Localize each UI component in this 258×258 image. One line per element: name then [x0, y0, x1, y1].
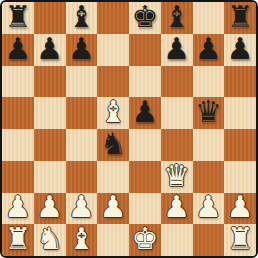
piece-black-pawn[interactable]: ♟ — [131, 97, 158, 127]
square-c4[interactable] — [66, 129, 98, 161]
square-h2[interactable]: ♟ — [224, 193, 256, 225]
square-b6[interactable] — [34, 66, 66, 98]
square-c6[interactable] — [66, 66, 98, 98]
square-e3[interactable] — [129, 161, 161, 193]
piece-white-pawn[interactable]: ♟ — [100, 192, 127, 222]
square-d7[interactable] — [97, 34, 129, 66]
square-d3[interactable] — [97, 161, 129, 193]
square-a2[interactable]: ♟ — [2, 193, 34, 225]
square-g3[interactable] — [193, 161, 225, 193]
piece-white-pawn[interactable]: ♟ — [163, 192, 190, 222]
square-g4[interactable] — [193, 129, 225, 161]
square-f5[interactable] — [161, 97, 193, 129]
piece-black-rook[interactable]: ♜ — [227, 2, 254, 32]
square-e2[interactable] — [129, 193, 161, 225]
square-h1[interactable]: ♜ — [224, 224, 256, 256]
square-b4[interactable] — [34, 129, 66, 161]
square-h5[interactable] — [224, 97, 256, 129]
square-a7[interactable]: ♟ — [2, 34, 34, 66]
square-e1[interactable]: ♚ — [129, 224, 161, 256]
piece-white-pawn[interactable]: ♟ — [4, 192, 31, 222]
piece-black-king[interactable]: ♚ — [131, 2, 158, 32]
square-e4[interactable] — [129, 129, 161, 161]
square-f2[interactable]: ♟ — [161, 193, 193, 225]
square-g7[interactable]: ♟ — [193, 34, 225, 66]
square-a4[interactable] — [2, 129, 34, 161]
piece-white-knight[interactable]: ♞ — [36, 224, 63, 254]
square-f3[interactable]: ♛ — [161, 161, 193, 193]
square-h3[interactable] — [224, 161, 256, 193]
piece-black-bishop[interactable]: ♝ — [68, 2, 95, 32]
square-b1[interactable]: ♞ — [34, 224, 66, 256]
square-d1[interactable] — [97, 224, 129, 256]
piece-black-pawn[interactable]: ♟ — [195, 34, 222, 64]
square-c3[interactable] — [66, 161, 98, 193]
square-b2[interactable]: ♟ — [34, 193, 66, 225]
square-d2[interactable]: ♟ — [97, 193, 129, 225]
piece-white-pawn[interactable]: ♟ — [195, 192, 222, 222]
piece-black-rook[interactable]: ♜ — [4, 2, 31, 32]
square-h6[interactable] — [224, 66, 256, 98]
piece-white-rook[interactable]: ♜ — [227, 224, 254, 254]
square-g6[interactable] — [193, 66, 225, 98]
square-c5[interactable] — [66, 97, 98, 129]
square-b8[interactable] — [34, 2, 66, 34]
square-a1[interactable]: ♜ — [2, 224, 34, 256]
piece-white-pawn[interactable]: ♟ — [227, 192, 254, 222]
square-e6[interactable] — [129, 66, 161, 98]
square-f7[interactable]: ♟ — [161, 34, 193, 66]
square-a6[interactable] — [2, 66, 34, 98]
chess-board: ♜♝♚♝♜♟♟♟♟♟♟♝♟♛♞♛♟♟♟♟♟♟♟♜♞♝♚♜ — [0, 0, 258, 258]
square-g5[interactable]: ♛ — [193, 97, 225, 129]
piece-white-bishop[interactable]: ♝ — [68, 224, 95, 254]
square-b5[interactable] — [34, 97, 66, 129]
piece-white-king[interactable]: ♚ — [131, 224, 158, 254]
square-h7[interactable]: ♟ — [224, 34, 256, 66]
piece-white-pawn[interactable]: ♟ — [68, 192, 95, 222]
piece-black-queen[interactable]: ♛ — [195, 97, 222, 127]
square-g1[interactable] — [193, 224, 225, 256]
square-c2[interactable]: ♟ — [66, 193, 98, 225]
square-g2[interactable]: ♟ — [193, 193, 225, 225]
square-b7[interactable]: ♟ — [34, 34, 66, 66]
piece-white-bishop[interactable]: ♝ — [100, 97, 127, 127]
square-f1[interactable] — [161, 224, 193, 256]
square-a3[interactable] — [2, 161, 34, 193]
square-e7[interactable] — [129, 34, 161, 66]
piece-white-pawn[interactable]: ♟ — [36, 192, 63, 222]
square-d5[interactable]: ♝ — [97, 97, 129, 129]
square-c1[interactable]: ♝ — [66, 224, 98, 256]
square-d4[interactable]: ♞ — [97, 129, 129, 161]
piece-black-bishop[interactable]: ♝ — [163, 2, 190, 32]
piece-black-knight[interactable]: ♞ — [100, 129, 127, 159]
square-d8[interactable] — [97, 2, 129, 34]
square-a8[interactable]: ♜ — [2, 2, 34, 34]
square-e5[interactable]: ♟ — [129, 97, 161, 129]
square-f8[interactable]: ♝ — [161, 2, 193, 34]
piece-black-pawn[interactable]: ♟ — [227, 34, 254, 64]
square-f4[interactable] — [161, 129, 193, 161]
square-e8[interactable]: ♚ — [129, 2, 161, 34]
square-c7[interactable]: ♟ — [66, 34, 98, 66]
square-h8[interactable]: ♜ — [224, 2, 256, 34]
square-a5[interactable] — [2, 97, 34, 129]
piece-black-pawn[interactable]: ♟ — [36, 34, 63, 64]
square-f6[interactable] — [161, 66, 193, 98]
piece-black-pawn[interactable]: ♟ — [163, 34, 190, 64]
square-g8[interactable] — [193, 2, 225, 34]
piece-white-queen[interactable]: ♛ — [163, 161, 190, 191]
square-b3[interactable] — [34, 161, 66, 193]
square-c8[interactable]: ♝ — [66, 2, 98, 34]
piece-black-pawn[interactable]: ♟ — [4, 34, 31, 64]
square-h4[interactable] — [224, 129, 256, 161]
square-d6[interactable] — [97, 66, 129, 98]
piece-white-rook[interactable]: ♜ — [4, 224, 31, 254]
piece-black-pawn[interactable]: ♟ — [68, 34, 95, 64]
